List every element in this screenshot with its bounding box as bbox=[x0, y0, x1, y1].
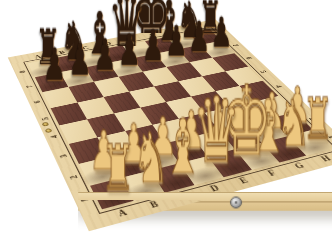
rank-label-3: 3 bbox=[46, 146, 82, 166]
rank-label-8: 8 bbox=[8, 65, 38, 79]
square-c4 bbox=[114, 108, 152, 131]
square-e3 bbox=[179, 113, 219, 137]
perspective-scene: ABCDEFGH ABCDEFGH 87654321 87654321 ♜♞♝♛… bbox=[0, 0, 332, 241]
clasp-latch-icon bbox=[230, 196, 242, 208]
chess-set-photo: ABCDEFGH ABCDEFGH 87654321 87654321 ♜♞♝♛… bbox=[0, 0, 332, 241]
chess-board-box: ABCDEFGH ABCDEFGH 87654321 87654321 ♜♞♝♛… bbox=[8, 19, 332, 231]
rank-label-7: 7 bbox=[15, 79, 46, 94]
hinge-screw-icon bbox=[45, 128, 53, 133]
